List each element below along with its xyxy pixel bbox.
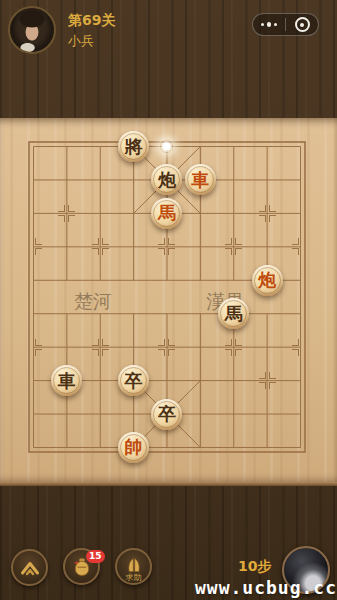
collapse-panel-button[interactable] xyxy=(11,549,48,586)
piece-red-車[interactable]: 車 xyxy=(185,164,216,195)
position-marker xyxy=(259,372,276,389)
position-marker xyxy=(225,238,242,255)
miniprogram-capsule xyxy=(252,13,319,36)
piece-black-將[interactable]: 將 xyxy=(118,131,149,162)
steps-counter: 10步 xyxy=(238,558,271,576)
piece-black-炮[interactable]: 炮 xyxy=(151,164,182,195)
position-marker xyxy=(92,238,109,255)
position-marker xyxy=(92,339,109,356)
board-bottom-rim xyxy=(0,482,337,486)
piece-black-馬[interactable]: 馬 xyxy=(218,298,249,329)
level-title: 第69关 xyxy=(68,12,115,30)
piece-red-炮[interactable]: 炮 xyxy=(252,265,283,296)
exit-button[interactable] xyxy=(286,17,318,32)
position-marker xyxy=(292,339,309,356)
level-subtitle: 小兵 xyxy=(68,32,94,50)
piece-black-卒[interactable]: 卒 xyxy=(151,399,182,430)
position-marker xyxy=(25,339,42,356)
chevron-up-icon xyxy=(19,559,41,576)
piece-red-馬[interactable]: 馬 xyxy=(151,198,182,229)
piece-black-車[interactable]: 車 xyxy=(51,365,82,396)
help-button-label: 求助 xyxy=(115,572,152,583)
piece-red-帥[interactable]: 帥 xyxy=(118,432,149,463)
position-marker xyxy=(158,339,175,356)
position-marker xyxy=(292,238,309,255)
piece-grid: 將炮車馬炮馬車卒卒帥 xyxy=(17,130,317,464)
more-options-button[interactable] xyxy=(253,22,285,27)
position-marker xyxy=(225,339,242,356)
close-icon xyxy=(295,17,310,32)
position-marker xyxy=(58,205,75,222)
xiangqi-board[interactable]: 楚河 漢界 將炮車馬炮馬車卒卒帥 xyxy=(0,118,337,482)
position-marker xyxy=(158,238,175,255)
watermark-text: www.ucbug.cc xyxy=(195,577,337,598)
position-marker xyxy=(259,205,276,222)
move-highlight-sparkle xyxy=(160,140,173,153)
position-marker xyxy=(25,238,42,255)
pouch-count-badge: 15 xyxy=(86,550,105,563)
player-avatar xyxy=(8,6,56,54)
piece-black-卒[interactable]: 卒 xyxy=(118,365,149,396)
